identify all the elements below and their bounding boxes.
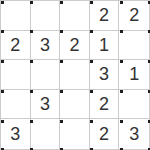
clue-number: 2 bbox=[129, 6, 139, 24]
cell-r2c3[interactable]: 2 bbox=[60, 31, 90, 61]
cell-r1c5[interactable]: 2 bbox=[119, 1, 149, 31]
cell-r5c4[interactable]: 2 bbox=[90, 119, 120, 149]
cell-r4c5[interactable] bbox=[119, 90, 149, 120]
clue-number: 3 bbox=[40, 36, 50, 54]
cell-r3c1[interactable] bbox=[1, 60, 31, 90]
cell-r2c5[interactable] bbox=[119, 31, 149, 61]
cell-r2c1[interactable]: 2 bbox=[1, 31, 31, 61]
cell-grid: 2223213132323 bbox=[1, 1, 149, 149]
clue-number: 2 bbox=[99, 6, 109, 24]
cell-r1c4[interactable]: 2 bbox=[90, 1, 120, 31]
slitherlink-board: 2223213132323 bbox=[0, 0, 150, 150]
cell-r1c3[interactable] bbox=[60, 1, 90, 31]
cell-r5c5[interactable]: 3 bbox=[119, 119, 149, 149]
cell-r5c3[interactable] bbox=[60, 119, 90, 149]
cell-r3c2[interactable] bbox=[31, 60, 61, 90]
clue-number: 2 bbox=[69, 36, 79, 54]
cell-r5c1[interactable]: 3 bbox=[1, 119, 31, 149]
clue-number: 3 bbox=[99, 65, 109, 83]
cell-r5c2[interactable] bbox=[31, 119, 61, 149]
cell-r4c1[interactable] bbox=[1, 90, 31, 120]
cell-r4c2[interactable]: 3 bbox=[31, 90, 61, 120]
cell-r3c4[interactable]: 3 bbox=[90, 60, 120, 90]
cell-r3c3[interactable] bbox=[60, 60, 90, 90]
clue-number: 2 bbox=[99, 125, 109, 143]
clue-number: 3 bbox=[40, 95, 50, 113]
clue-number: 3 bbox=[129, 125, 139, 143]
cell-r3c5[interactable]: 1 bbox=[119, 60, 149, 90]
cell-r1c1[interactable] bbox=[1, 1, 31, 31]
cell-r2c4[interactable]: 1 bbox=[90, 31, 120, 61]
cell-r4c4[interactable]: 2 bbox=[90, 90, 120, 120]
clue-number: 1 bbox=[129, 65, 139, 83]
clue-number: 3 bbox=[10, 125, 20, 143]
cell-r1c2[interactable] bbox=[31, 1, 61, 31]
clue-number: 2 bbox=[99, 95, 109, 113]
clue-number: 2 bbox=[10, 36, 20, 54]
clue-number: 1 bbox=[99, 36, 109, 54]
cell-r4c3[interactable] bbox=[60, 90, 90, 120]
cell-r2c2[interactable]: 3 bbox=[31, 31, 61, 61]
